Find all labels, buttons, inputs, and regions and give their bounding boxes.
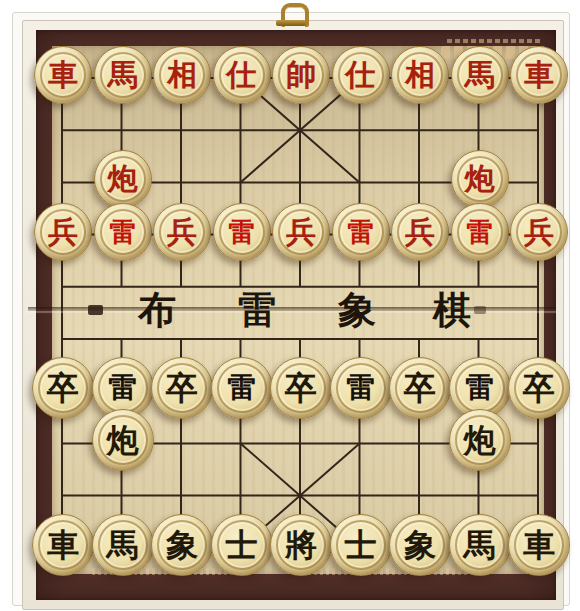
piece-red-cannon[interactable]: 炮	[451, 150, 509, 208]
piece-black-cannon[interactable]: 炮	[449, 409, 511, 471]
piece-red-advisor[interactable]: 仕	[213, 46, 271, 104]
piece-red-soldier[interactable]: 兵	[391, 203, 449, 261]
piece-black-chariot[interactable]: 車	[508, 514, 570, 576]
piece-character: 卒	[404, 372, 436, 404]
piece-character: 雷	[228, 374, 256, 402]
piece-red-advisor[interactable]: 仕	[332, 46, 390, 104]
piece-character: 帥	[286, 60, 316, 90]
piece-red-chariot[interactable]: 車	[510, 46, 568, 104]
piece-black-soldier[interactable]: 卒	[151, 357, 213, 419]
piece-red-soldier[interactable]: 兵	[510, 203, 568, 261]
hinge	[474, 306, 486, 314]
piece-black-brand-lei[interactable]: 雷	[211, 357, 273, 419]
piece-black-elephant[interactable]: 象	[151, 514, 213, 576]
piece-black-general[interactable]: 將	[270, 514, 332, 576]
piece-black-cannon[interactable]: 炮	[92, 409, 154, 471]
piece-character: 象	[166, 529, 198, 561]
piece-character: 車	[47, 529, 79, 561]
piece-character: 相	[167, 60, 197, 90]
piece-black-soldier[interactable]: 卒	[389, 357, 451, 419]
piece-character: 士	[226, 529, 258, 561]
piece-character: 馬	[107, 529, 139, 561]
hinge	[88, 305, 103, 315]
fine-print	[296, 568, 468, 575]
piece-character: 士	[345, 529, 377, 561]
brand-mark-line1	[447, 39, 543, 43]
piece-red-brand-lei[interactable]: 雷	[94, 203, 152, 261]
piece-black-horse[interactable]: 馬	[92, 514, 154, 576]
piece-character: 兵	[167, 217, 197, 247]
xiangqi-board-photo: 車馬相仕帥仕相馬車炮炮兵雷兵雷兵雷兵雷兵卒雷卒雷卒雷卒雷卒炮炮車馬象士將士象馬車…	[0, 0, 580, 611]
piece-character: 車	[48, 60, 78, 90]
piece-character: 卒	[285, 372, 317, 404]
piece-black-soldier[interactable]: 卒	[508, 357, 570, 419]
piece-character: 相	[405, 60, 435, 90]
piece-character: 炮	[107, 424, 139, 456]
piece-black-elephant[interactable]: 象	[389, 514, 451, 576]
piece-red-brand-lei[interactable]: 雷	[332, 203, 390, 261]
piece-character: 兵	[524, 217, 554, 247]
piece-red-cannon[interactable]: 炮	[94, 150, 152, 208]
piece-red-chariot[interactable]: 車	[34, 46, 92, 104]
piece-black-soldier[interactable]: 卒	[32, 357, 94, 419]
piece-character: 仕	[346, 60, 376, 90]
piece-character: 兵	[48, 217, 78, 247]
watermark-char: 布	[135, 288, 179, 332]
piece-character: 炮	[108, 164, 138, 194]
piece-character: 雷	[347, 374, 375, 402]
piece-red-brand-lei[interactable]: 雷	[451, 203, 509, 261]
piece-character: 雷	[109, 374, 137, 402]
brass-clasp-plate	[276, 20, 306, 26]
piece-red-elephant[interactable]: 相	[153, 46, 211, 104]
piece-character: 車	[523, 529, 555, 561]
piece-red-soldier[interactable]: 兵	[272, 203, 330, 261]
piece-red-horse[interactable]: 馬	[451, 46, 509, 104]
piece-red-soldier[interactable]: 兵	[153, 203, 211, 261]
piece-character: 卒	[47, 372, 79, 404]
piece-character: 雷	[466, 374, 494, 402]
piece-character: 兵	[405, 217, 435, 247]
piece-character: 馬	[108, 60, 138, 90]
piece-black-brand-lei[interactable]: 雷	[330, 357, 392, 419]
piece-character: 仕	[227, 60, 257, 90]
piece-red-horse[interactable]: 馬	[94, 46, 152, 104]
piece-character: 卒	[523, 372, 555, 404]
piece-black-soldier[interactable]: 卒	[270, 357, 332, 419]
piece-character: 炮	[464, 424, 496, 456]
piece-red-brand-lei[interactable]: 雷	[213, 203, 271, 261]
watermark-char: 象	[335, 288, 379, 332]
piece-character: 馬	[464, 529, 496, 561]
watermark-char: 雷	[235, 288, 279, 332]
piece-character: 雷	[110, 219, 136, 245]
piece-red-elephant[interactable]: 相	[391, 46, 449, 104]
watermark-char: 棋	[430, 288, 474, 332]
piece-character: 象	[404, 529, 436, 561]
piece-character: 雷	[467, 219, 493, 245]
piece-character: 炮	[465, 164, 495, 194]
piece-character: 兵	[286, 217, 316, 247]
piece-character: 車	[524, 60, 554, 90]
piece-character: 雷	[229, 219, 255, 245]
piece-character: 馬	[465, 60, 495, 90]
piece-black-advisor[interactable]: 士	[330, 514, 392, 576]
piece-red-soldier[interactable]: 兵	[34, 203, 92, 261]
piece-character: 雷	[348, 219, 374, 245]
piece-red-general[interactable]: 帥	[272, 46, 330, 104]
piece-black-horse[interactable]: 馬	[449, 514, 511, 576]
piece-character: 卒	[166, 372, 198, 404]
piece-black-advisor[interactable]: 士	[211, 514, 273, 576]
piece-black-chariot[interactable]: 車	[32, 514, 94, 576]
piece-character: 將	[285, 529, 317, 561]
